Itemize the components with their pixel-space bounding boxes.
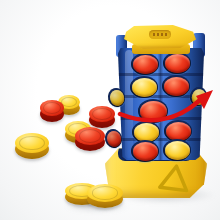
product-photo-scene <box>0 0 220 220</box>
loose-disc-yellow <box>15 133 49 159</box>
loose-disc-yellow <box>87 184 123 208</box>
loose-disc-red <box>40 100 64 122</box>
loose-disc-red <box>75 127 105 151</box>
disc-top <box>89 106 115 122</box>
disc-top <box>87 184 123 202</box>
disc-top <box>15 133 49 153</box>
loose-disc-red <box>89 106 115 128</box>
disc-top <box>75 127 105 145</box>
disc-top <box>40 100 64 116</box>
loose-discs <box>0 0 220 220</box>
